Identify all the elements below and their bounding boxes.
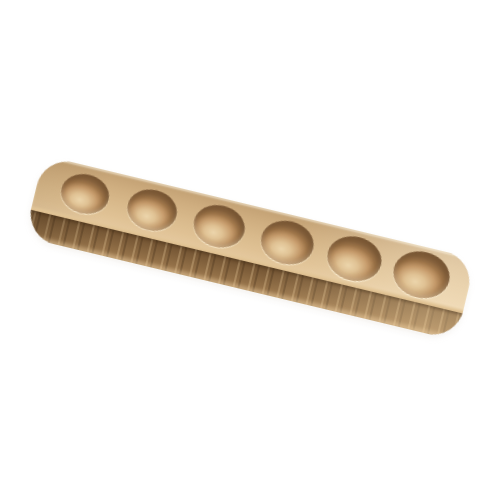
pit-1[interactable] xyxy=(57,169,113,218)
photo-canvas xyxy=(0,0,500,500)
mancala-board xyxy=(24,155,475,340)
board-body xyxy=(24,155,475,340)
